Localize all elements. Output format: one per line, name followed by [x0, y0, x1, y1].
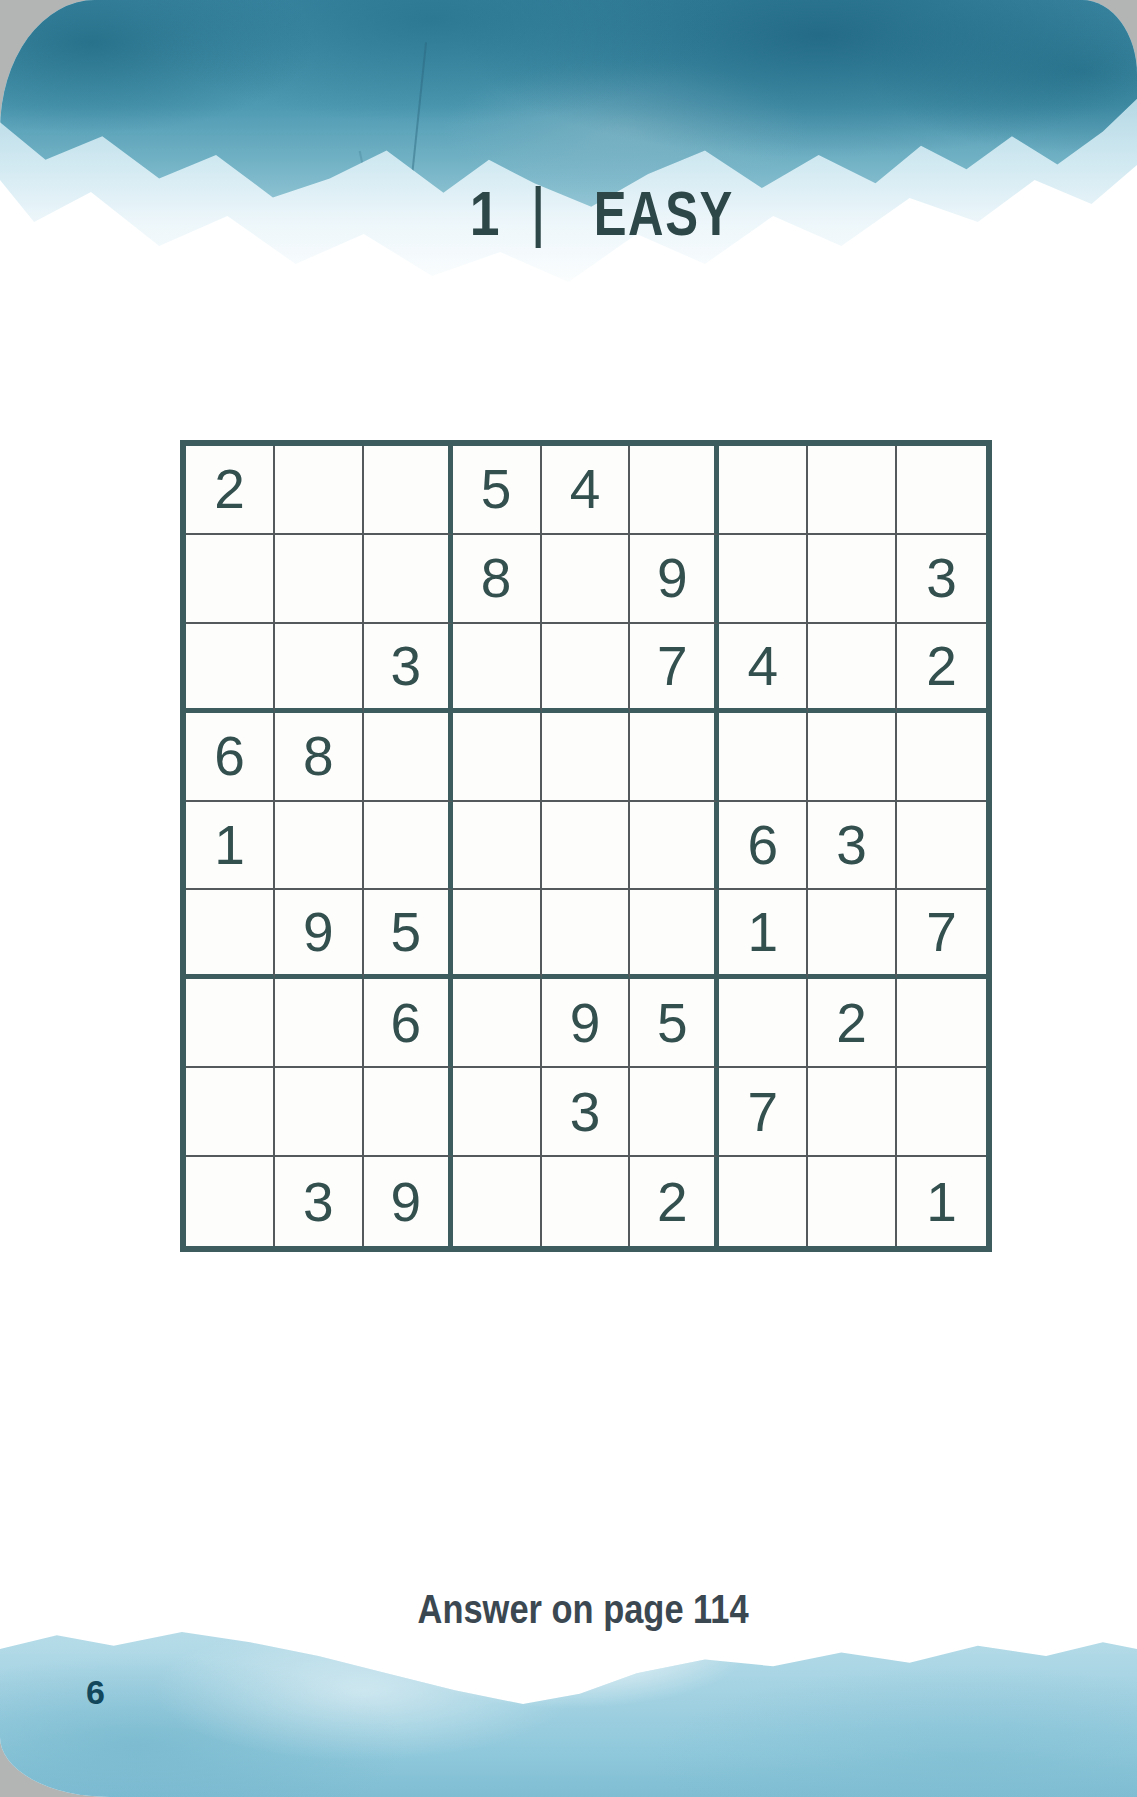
sudoku-cell-r5c1: 1 — [186, 802, 275, 891]
sudoku-cell-r7c5: 9 — [542, 979, 631, 1068]
watercolor-vein — [411, 42, 427, 176]
sudoku-cell-r1c4: 5 — [453, 446, 542, 535]
sudoku-cell-r6c8 — [808, 890, 897, 979]
sudoku-cell-r5c5 — [542, 802, 631, 891]
sudoku-cell-r4c9 — [897, 713, 986, 802]
sudoku-cell-r3c2 — [275, 624, 364, 713]
sudoku-cell-r1c1: 2 — [186, 446, 275, 535]
sudoku-cell-r1c3 — [364, 446, 453, 535]
sudoku-cell-r2c6: 9 — [630, 535, 719, 624]
sudoku-cell-r6c4 — [453, 890, 542, 979]
sudoku-cell-r9c5 — [542, 1157, 631, 1246]
sudoku-cell-r3c3: 3 — [364, 624, 453, 713]
sudoku-cell-r8c5: 3 — [542, 1068, 631, 1157]
sudoku-cell-r1c9 — [897, 446, 986, 535]
sudoku-cell-r9c4 — [453, 1157, 542, 1246]
sudoku-cell-r5c4 — [453, 802, 542, 891]
sudoku-cell-r4c2: 8 — [275, 713, 364, 802]
puzzle-number: 1 — [470, 182, 500, 245]
title-separator: | — [520, 179, 556, 245]
sudoku-cell-r4c7 — [719, 713, 808, 802]
sudoku-cell-r3c7: 4 — [719, 624, 808, 713]
sudoku-cell-r3c9: 2 — [897, 624, 986, 713]
sudoku-cell-r4c4 — [453, 713, 542, 802]
difficulty-label: EASY — [594, 182, 734, 245]
sudoku-cell-r9c3: 9 — [364, 1157, 453, 1246]
sudoku-cell-r5c9 — [897, 802, 986, 891]
page-number: 6 — [86, 1673, 105, 1712]
sudoku-cell-r6c3: 5 — [364, 890, 453, 979]
sudoku-cell-r9c2: 3 — [275, 1157, 364, 1246]
sudoku-board: 25489337426816395176952373921 — [180, 440, 992, 1252]
sudoku-cell-r6c5 — [542, 890, 631, 979]
sudoku-cell-r2c2 — [275, 535, 364, 624]
sudoku-cell-r3c1 — [186, 624, 275, 713]
sudoku-cell-r5c6 — [630, 802, 719, 891]
sudoku-cell-r7c4 — [453, 979, 542, 1068]
book-page: 1 | EASY 25489337426816395176952373921 A… — [0, 0, 1137, 1797]
sudoku-cell-r2c5 — [542, 535, 631, 624]
sudoku-cell-r7c2 — [275, 979, 364, 1068]
sudoku-cell-r1c5: 4 — [542, 446, 631, 535]
sudoku-cell-r4c3 — [364, 713, 453, 802]
sudoku-cell-r1c2 — [275, 446, 364, 535]
sudoku-cell-r2c1 — [186, 535, 275, 624]
sudoku-cell-r7c3: 6 — [364, 979, 453, 1068]
sudoku-cell-r1c8 — [808, 446, 897, 535]
sudoku-cell-r6c6 — [630, 890, 719, 979]
sudoku-cell-r5c8: 3 — [808, 802, 897, 891]
sudoku-cell-r8c6 — [630, 1068, 719, 1157]
sudoku-cell-r9c1 — [186, 1157, 275, 1246]
sudoku-cell-r9c6: 2 — [630, 1157, 719, 1246]
sudoku-cell-r7c7 — [719, 979, 808, 1068]
sudoku-cell-r8c7: 7 — [719, 1068, 808, 1157]
sudoku-cell-r5c2 — [275, 802, 364, 891]
sudoku-cell-r9c7 — [719, 1157, 808, 1246]
sudoku-cell-r4c5 — [542, 713, 631, 802]
sudoku-cell-r2c4: 8 — [453, 535, 542, 624]
sudoku-cell-r1c6 — [630, 446, 719, 535]
sudoku-cell-r6c7: 1 — [719, 890, 808, 979]
sudoku-cell-r2c3 — [364, 535, 453, 624]
sudoku-cell-r7c1 — [186, 979, 275, 1068]
sudoku-cell-r9c9: 1 — [897, 1157, 986, 1246]
sudoku-cell-r6c9: 7 — [897, 890, 986, 979]
sudoku-cell-r8c4 — [453, 1068, 542, 1157]
sudoku-cell-r5c7: 6 — [719, 802, 808, 891]
sudoku-cell-r4c8 — [808, 713, 897, 802]
puzzle-title: 1 | EASY — [42, 182, 1137, 245]
sudoku-cell-r8c3 — [364, 1068, 453, 1157]
sudoku-cell-r8c2 — [275, 1068, 364, 1157]
sudoku-cell-r4c1: 6 — [186, 713, 275, 802]
sudoku-cell-r2c9: 3 — [897, 535, 986, 624]
sudoku-cell-r3c8 — [808, 624, 897, 713]
sudoku-cell-r8c9 — [897, 1068, 986, 1157]
answer-note: Answer on page 114 — [15, 1586, 1137, 1633]
sudoku-cell-r1c7 — [719, 446, 808, 535]
sudoku-cell-r7c6: 5 — [630, 979, 719, 1068]
sudoku-cell-r9c8 — [808, 1157, 897, 1246]
sudoku-cell-r2c7 — [719, 535, 808, 624]
sudoku-cell-r7c8: 2 — [808, 979, 897, 1068]
sudoku-cell-r3c6: 7 — [630, 624, 719, 713]
sudoku-cell-r6c1 — [186, 890, 275, 979]
sudoku-cell-r8c8 — [808, 1068, 897, 1157]
sudoku-cell-r2c8 — [808, 535, 897, 624]
sudoku-cell-r3c5 — [542, 624, 631, 713]
sudoku-cell-r3c4 — [453, 624, 542, 713]
sudoku-cell-r7c9 — [897, 979, 986, 1068]
sudoku-cell-r8c1 — [186, 1068, 275, 1157]
sudoku-cell-r5c3 — [364, 802, 453, 891]
sudoku-cell-r6c2: 9 — [275, 890, 364, 979]
watercolor-footer: 6 — [0, 1625, 1137, 1797]
sudoku-cell-r4c6 — [630, 713, 719, 802]
